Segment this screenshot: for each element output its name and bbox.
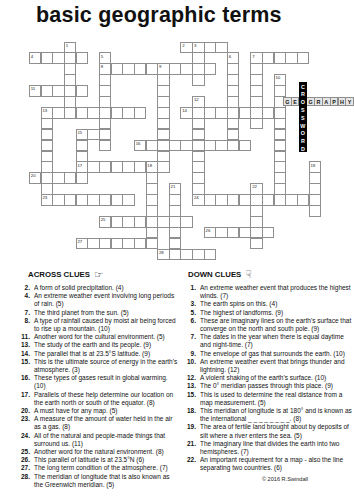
clue-item-text: Another word for the cultural environmen…	[34, 333, 180, 341]
clue-item-number: 21.	[183, 440, 200, 456]
clue-item: 11.Another word for the cultural environ…	[10, 333, 180, 341]
clue-number: 19	[310, 163, 315, 168]
grid-cell[interactable]	[297, 52, 309, 64]
clue-item-number: 13.	[183, 382, 200, 390]
clue-number: 23	[42, 195, 47, 200]
grid-cell[interactable]	[76, 85, 88, 97]
grid-cell[interactable]	[52, 172, 64, 184]
clue-item-text: This is used to determine the real dista…	[200, 391, 354, 407]
grid-cell[interactable]	[215, 107, 227, 119]
clue-item: 22.An important requirement for a map - …	[183, 456, 354, 472]
grid-cell[interactable]	[64, 172, 76, 184]
grid-cell[interactable]	[76, 107, 88, 119]
clue-item: 28.The meridian of longitude that is als…	[10, 473, 180, 489]
grid-cell[interactable]	[87, 194, 99, 206]
clue-item-number: 25.	[10, 448, 34, 456]
clue-item: 16.These types of gases result in global…	[10, 374, 180, 390]
clue-item: 20.A must have for any map. (5)	[10, 407, 180, 415]
clue-item-text: The parallel that is at 23.5°S latitude.…	[34, 350, 180, 358]
pointing-hand-down-icon: ☟	[245, 268, 251, 280]
clue-item-text: These types of gases result in global wa…	[34, 374, 180, 390]
grid-cell[interactable]	[111, 238, 123, 250]
grid-cell[interactable]	[111, 194, 123, 206]
grid-cell[interactable]	[76, 52, 88, 64]
grid-cell[interactable]	[76, 194, 88, 206]
clue-item: 19.The area of fertile land brought abou…	[183, 423, 354, 439]
grid-cell[interactable]	[215, 194, 227, 206]
clue-item-text: The dates in the year when there is equa…	[200, 333, 354, 349]
grid-cell[interactable]	[227, 140, 239, 152]
grid-cell[interactable]	[76, 172, 88, 184]
clue-item-text: Another word for the natural environment…	[34, 448, 180, 456]
grid-cell[interactable]	[180, 63, 192, 75]
clue-item: 3.The earth spins on this. (4)	[183, 300, 354, 308]
grid-cell[interactable]	[180, 140, 192, 152]
grid-cell[interactable]	[146, 63, 158, 75]
grid-cell[interactable]: 26	[204, 227, 216, 239]
clue-number: 2	[182, 43, 184, 48]
grid-cell[interactable]	[122, 238, 134, 250]
clue-item: 13.The 0° meridian passes through this p…	[183, 382, 354, 390]
clue-item-text: A type of rainfall caused by moist air b…	[34, 317, 180, 333]
grid-cell[interactable]: 20	[29, 172, 41, 184]
grid-cell[interactable]	[192, 74, 204, 86]
grid-cell[interactable]	[297, 194, 309, 206]
grid-cell[interactable]	[215, 42, 227, 54]
grid-cell[interactable]	[134, 63, 146, 75]
grid-cell[interactable]	[134, 216, 146, 228]
copyright-text: © 2016 R.Swindall	[183, 476, 354, 482]
grid-cell[interactable]: 28	[157, 249, 169, 261]
clue-item: 18.This meridian of longitude is at 180°…	[183, 407, 354, 423]
grid-cell[interactable]	[239, 107, 251, 119]
clue-item: 25.Another word for the natural environm…	[10, 448, 180, 456]
clue-item-number: 22.	[183, 456, 200, 472]
grid-cell[interactable]	[87, 238, 99, 250]
clue-number: 24	[194, 195, 199, 200]
grid-cell[interactable]	[262, 227, 274, 239]
clue-number: 14	[182, 108, 187, 113]
clue-item: 8.A type of rainfall caused by moist air…	[10, 317, 180, 333]
clue-item-text: The imaginary line that divides the eart…	[200, 440, 354, 456]
clue-item-number: 15.	[10, 358, 34, 374]
clue-item-text: An extreme weather event involving long …	[34, 292, 180, 308]
clue-item-text: The study of the earth and its people. (…	[34, 341, 180, 349]
grid-cell[interactable]: 24	[192, 194, 204, 206]
clue-item: 4.An extreme weather event involving lon…	[10, 292, 180, 308]
clue-item: 13.The study of the earth and its people…	[10, 341, 180, 349]
grid-cell[interactable]	[99, 140, 111, 152]
clue-item-number: 20.	[10, 407, 34, 415]
clue-number: 7	[252, 54, 254, 59]
clue-item: 24.All of the natural and people-made th…	[10, 432, 180, 448]
grid-cell[interactable]	[87, 161, 99, 173]
grid-cell[interactable]	[227, 194, 239, 206]
grid-cell[interactable]	[204, 63, 216, 75]
clue-item: 15.This is used to determine the real di…	[183, 391, 354, 407]
clue-number: 20	[31, 173, 36, 178]
grid-cell[interactable]	[169, 249, 181, 261]
clue-number: 28	[159, 250, 164, 255]
grid-cell[interactable]	[134, 238, 146, 250]
clue-item-number: 19.	[183, 423, 200, 439]
clue-item-text: The meridian of longitude that is also k…	[34, 473, 180, 489]
clue-item-text: An extreme weather event that produces t…	[200, 284, 354, 300]
clue-item: 6.These are imaginary lines on the earth…	[183, 317, 354, 333]
grid-cell[interactable]	[157, 161, 169, 173]
grid-cell[interactable]	[204, 249, 216, 261]
grid-cell[interactable]	[262, 52, 274, 64]
clue-item-number: 14.	[10, 350, 34, 358]
clue-item: 26.This parallel of latitude is at 23.5°…	[10, 456, 180, 464]
clue-number: 11	[31, 86, 35, 91]
pointing-hand-right-icon: ☞	[94, 268, 103, 280]
grid-cell[interactable]	[204, 107, 216, 119]
grid-cell[interactable]	[146, 238, 158, 250]
across-clues-label: ACROSS CLUES	[28, 270, 90, 279]
clue-item: 7.The dates in the year when there is eq…	[183, 333, 354, 349]
clue-item-text: All of the natural and people-made thing…	[34, 432, 180, 448]
clue-item: 2.A form of solid precipitation. (4)	[10, 284, 180, 292]
clue-item-number: 13.	[10, 341, 34, 349]
clue-item-number: 2.	[10, 284, 34, 292]
clue-item: 17.Parallels of these help determine our…	[10, 391, 180, 407]
clue-item-number: 3.	[183, 300, 200, 308]
clue-number: 12	[194, 97, 199, 102]
grid-cell[interactable]	[99, 238, 111, 250]
grid-cell[interactable]	[99, 161, 111, 173]
clue-item-number: 1.	[183, 284, 200, 300]
logo-across-letter: Y	[345, 97, 354, 106]
clue-number: 3	[194, 43, 196, 48]
grid-cell[interactable]	[215, 227, 227, 239]
clue-item: 14.The parallel that is at 23.5°S latitu…	[10, 350, 180, 358]
clue-item-number: 18.	[183, 407, 200, 423]
clue-item-text: The earth spins on this. (4)	[200, 300, 354, 308]
clue-item: 23.A measure of the amount of water held…	[10, 415, 180, 431]
grid-cell[interactable]	[52, 52, 64, 64]
grid-cell[interactable]	[52, 107, 64, 119]
down-clues-list: 1.An extreme weather event that produces…	[183, 284, 354, 482]
grid-cell[interactable]	[309, 205, 321, 217]
logo-down-letter: D	[299, 144, 308, 153]
grid-cell[interactable]	[274, 194, 286, 206]
clue-item-number: 7.	[183, 333, 200, 349]
grid-cell[interactable]: 11	[29, 85, 41, 97]
grid-cell[interactable]	[52, 85, 64, 97]
grid-cell[interactable]: 23	[41, 194, 53, 206]
clue-item-text: The long term condition of the atmospher…	[34, 464, 180, 472]
grid-cell[interactable]: 14	[180, 107, 192, 119]
clue-item-text: The 0° meridian passes through this plac…	[200, 382, 354, 390]
clue-item-number: 6.	[183, 317, 200, 333]
clue-item-number: 17.	[10, 391, 34, 407]
grid-cell[interactable]	[227, 227, 239, 239]
grid-cell[interactable]: 2	[180, 42, 192, 54]
clue-item-text: An important requirement for a map - als…	[200, 456, 354, 472]
grid-cell[interactable]	[146, 140, 158, 152]
clue-number: 10	[275, 75, 280, 80]
clue-item-number: 23.	[10, 415, 34, 431]
clue-item-text: These are imaginary lines on the earth's…	[200, 317, 354, 333]
clue-item-number: 27.	[10, 464, 34, 472]
clue-item-text: The area of fertile land brought about b…	[200, 423, 354, 439]
grid-cell[interactable]: 4	[29, 52, 41, 64]
grid-cell[interactable]	[250, 118, 262, 130]
clue-item-number: 10.	[183, 358, 200, 374]
clue-item-number: 16.	[10, 374, 34, 390]
grid-cell[interactable]	[204, 140, 216, 152]
clue-number: 26	[206, 228, 211, 233]
page-title: basic geographic terms	[36, 3, 282, 28]
grid-cell[interactable]	[274, 52, 286, 64]
clue-item-number: 9.	[183, 350, 200, 358]
grid-cell[interactable]	[122, 63, 134, 75]
clue-number: 6	[229, 54, 231, 59]
grid-cell[interactable]	[52, 194, 64, 206]
clue-item-text: Parallels of these help determine our lo…	[34, 391, 180, 407]
clue-number: 18	[147, 163, 152, 168]
grid-cell[interactable]	[204, 42, 216, 54]
clue-item-number: 5.	[183, 309, 200, 317]
across-clues-header: ACROSS CLUES☞	[28, 268, 103, 280]
grid-cell[interactable]: 25	[99, 216, 111, 228]
grid-cell[interactable]	[122, 107, 134, 119]
clue-number: 9	[159, 64, 161, 69]
grid-cell[interactable]	[122, 161, 134, 173]
grid-cell[interactable]	[169, 140, 181, 152]
clue-number: 16	[136, 141, 141, 146]
across-clues-list: 2.A form of solid precipitation. (4)4.An…	[10, 284, 180, 489]
grid-cell[interactable]	[239, 194, 251, 206]
grid-cell[interactable]	[64, 107, 76, 119]
clue-item-text: A violent shaking of the earth's surface…	[200, 374, 354, 382]
clue-item-number: 8.	[10, 317, 34, 333]
clue-item: 5.The highest of landforms. (9)	[183, 309, 354, 317]
clue-item-text: A measure of the amount of water held in…	[34, 415, 180, 431]
clue-item: 21.The imaginary line that divides the e…	[183, 440, 354, 456]
clue-number: 1	[66, 43, 68, 48]
clue-item-number: 12.	[183, 374, 200, 382]
grid-cell[interactable]	[99, 194, 111, 206]
clue-item: 10.An extreme weather event that brings …	[183, 358, 354, 374]
clue-number: 13	[42, 108, 47, 113]
grid-cell[interactable]	[215, 140, 227, 152]
grid-cell[interactable]	[134, 161, 146, 173]
clue-item-text: This parallel of latitude is at 23.5°N (…	[34, 456, 180, 464]
clue-item-text: This meridian of longitude is at 180° an…	[200, 407, 354, 423]
clue-item-text: The highest of landforms. (9)	[200, 309, 354, 317]
clue-item: 15.This is the ultimate source of energy…	[10, 358, 180, 374]
clue-item: 7.The third planet from the sun. (5)	[10, 309, 180, 317]
clue-item-text: An extreme weather event that brings thu…	[200, 358, 354, 374]
clue-item-number: 4.	[10, 292, 34, 308]
clue-number: 27	[77, 239, 82, 244]
grid-cell[interactable]	[111, 63, 123, 75]
clue-number: 21	[171, 184, 176, 189]
grid-cell[interactable]	[122, 216, 134, 228]
grid-cell[interactable]: 16	[134, 140, 146, 152]
clue-number: 4	[31, 54, 33, 59]
clue-item-number: 28.	[10, 473, 34, 489]
grid-cell[interactable]	[111, 216, 123, 228]
grid-cell[interactable]	[180, 249, 192, 261]
grid-cell[interactable]	[157, 216, 169, 228]
grid-cell[interactable]	[64, 194, 76, 206]
clue-item-text: The third planet from the sun. (5)	[34, 309, 180, 317]
clue-item: 1.An extreme weather event that produces…	[183, 284, 354, 300]
grid-cell[interactable]	[41, 85, 53, 97]
clue-item-number: 7.	[10, 309, 34, 317]
grid-cell[interactable]	[169, 63, 181, 75]
clue-item-text: The envelope of gas that surrounds the e…	[200, 350, 354, 358]
clue-number: 22	[252, 184, 257, 189]
clue-item-number: 26.	[10, 456, 34, 464]
clue-item-number: 24.	[10, 432, 34, 448]
grid-cell[interactable]	[285, 52, 297, 64]
grid-cell[interactable]	[239, 140, 251, 152]
grid-cell[interactable]	[285, 194, 297, 206]
grid-cell[interactable]	[111, 161, 123, 173]
grid-cell[interactable]	[262, 194, 274, 206]
grid-cell[interactable]	[134, 107, 146, 119]
grid-cell[interactable]: 27	[76, 238, 88, 250]
grid-cell[interactable]	[87, 129, 99, 141]
clue-item: 27.The long term condition of the atmosp…	[10, 464, 180, 472]
grid-cell[interactable]	[250, 238, 262, 250]
grid-cell[interactable]	[111, 107, 123, 119]
grid-cell[interactable]	[122, 194, 134, 206]
clue-number: 15	[77, 130, 82, 135]
clue-number: 17	[77, 163, 82, 168]
down-clues-label: DOWN CLUES	[188, 270, 241, 279]
grid-cell[interactable]	[180, 216, 192, 228]
crossword-worksheet: { "title": "basic geographic terms", "ga…	[0, 0, 354, 500]
grid-cell[interactable]	[239, 227, 251, 239]
grid-cell[interactable]	[262, 107, 274, 119]
clue-item-number: 11.	[10, 333, 34, 341]
clue-item: 12.A violent shaking of the earth's surf…	[183, 374, 354, 382]
clue-number: 8	[101, 64, 103, 69]
grid-cell[interactable]	[41, 52, 53, 64]
clue-number: 5	[101, 54, 103, 59]
grid-cell[interactable]	[192, 249, 204, 261]
clue-item: 9.The envelope of gas that surrounds the…	[183, 350, 354, 358]
down-clues-header: DOWN CLUES☟	[188, 268, 252, 280]
clue-item-text: A form of solid precipitation. (4)	[34, 284, 180, 292]
clue-item-number: 15.	[183, 391, 200, 407]
clue-item-text: A must have for any map. (5)	[34, 407, 180, 415]
clue-item-text: This is the ultimate source of energy in…	[34, 358, 180, 374]
grid-cell[interactable]	[87, 107, 99, 119]
grid-cell[interactable]	[204, 194, 216, 206]
clue-number: 25	[101, 217, 106, 222]
